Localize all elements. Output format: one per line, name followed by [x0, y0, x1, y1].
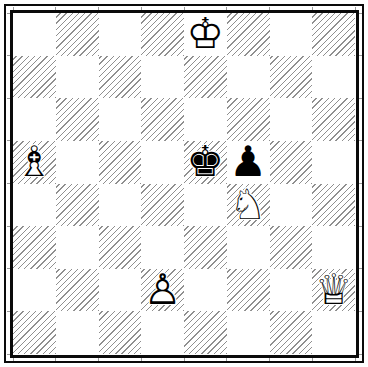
- frame-tick: [269, 357, 270, 361]
- white-pawn: ♟♙: [141, 269, 184, 312]
- square-c5[interactable]: [99, 141, 142, 184]
- frame-tick: [358, 268, 362, 269]
- square-h2[interactable]: ♛♕: [312, 269, 355, 312]
- frame-tick: [55, 357, 56, 361]
- square-b1[interactable]: [56, 311, 99, 354]
- square-h6[interactable]: [312, 98, 355, 141]
- square-e6[interactable]: [184, 98, 227, 141]
- square-f1[interactable]: [227, 311, 270, 354]
- piece-glyph: ♕: [315, 269, 353, 311]
- square-a1[interactable]: [13, 311, 56, 354]
- square-d7[interactable]: [141, 56, 184, 99]
- frame-tick: [355, 357, 356, 361]
- square-h3[interactable]: [312, 226, 355, 269]
- frame-tick: [358, 13, 362, 14]
- frame-tick: [312, 357, 313, 361]
- white-queen: ♛♕: [312, 269, 355, 312]
- square-h4[interactable]: [312, 184, 355, 227]
- frame-tick: [358, 183, 362, 184]
- piece-glyph: ♔: [187, 13, 225, 55]
- square-c6[interactable]: [99, 98, 142, 141]
- square-a5[interactable]: ♝♗: [13, 141, 56, 184]
- frame-tick: [184, 357, 185, 361]
- frame-tick: [98, 357, 99, 361]
- square-e1[interactable]: [184, 311, 227, 354]
- piece-glyph: ♗: [16, 141, 54, 183]
- square-e2[interactable]: [184, 269, 227, 312]
- frame-tick: [358, 140, 362, 141]
- square-f8[interactable]: [227, 13, 270, 56]
- chess-diagram: ♚♔♝♗♚♟♞♘♟♙♛♕: [0, 0, 368, 367]
- square-g1[interactable]: [270, 311, 313, 354]
- square-d8[interactable]: [141, 13, 184, 56]
- square-e3[interactable]: [184, 226, 227, 269]
- square-e4[interactable]: [184, 184, 227, 227]
- square-b3[interactable]: [56, 226, 99, 269]
- square-g8[interactable]: [270, 13, 313, 56]
- square-f4[interactable]: ♞♘: [227, 184, 270, 227]
- square-h5[interactable]: [312, 141, 355, 184]
- chess-board: ♚♔♝♗♚♟♞♘♟♙♛♕: [13, 13, 355, 354]
- square-g7[interactable]: [270, 56, 313, 99]
- frame-tick: [358, 55, 362, 56]
- square-c4[interactable]: [99, 184, 142, 227]
- square-a2[interactable]: [13, 269, 56, 312]
- square-e8[interactable]: ♚♔: [184, 13, 227, 56]
- square-c7[interactable]: [99, 56, 142, 99]
- square-d3[interactable]: [141, 226, 184, 269]
- square-d5[interactable]: [141, 141, 184, 184]
- square-d2[interactable]: ♟♙: [141, 269, 184, 312]
- square-c2[interactable]: [99, 269, 142, 312]
- square-h8[interactable]: [312, 13, 355, 56]
- square-b8[interactable]: [56, 13, 99, 56]
- square-d1[interactable]: [141, 311, 184, 354]
- square-a4[interactable]: [13, 184, 56, 227]
- frame-tick: [226, 357, 227, 361]
- square-a8[interactable]: [13, 13, 56, 56]
- square-a3[interactable]: [13, 226, 56, 269]
- frame-tick: [141, 357, 142, 361]
- square-b2[interactable]: [56, 269, 99, 312]
- square-g3[interactable]: [270, 226, 313, 269]
- piece-glyph: ♚: [187, 141, 225, 183]
- frame-tick: [358, 354, 362, 355]
- square-a6[interactable]: [13, 98, 56, 141]
- square-e7[interactable]: [184, 56, 227, 99]
- frame-tick: [358, 98, 362, 99]
- square-c8[interactable]: [99, 13, 142, 56]
- square-c1[interactable]: [99, 311, 142, 354]
- square-f5[interactable]: ♟: [227, 141, 270, 184]
- frame-tick: [358, 226, 362, 227]
- frame-tick: [13, 357, 14, 361]
- square-g4[interactable]: [270, 184, 313, 227]
- piece-glyph: ♟: [229, 141, 267, 183]
- square-h7[interactable]: [312, 56, 355, 99]
- square-g6[interactable]: [270, 98, 313, 141]
- square-d4[interactable]: [141, 184, 184, 227]
- black-pawn: ♟: [227, 141, 270, 184]
- square-b7[interactable]: [56, 56, 99, 99]
- white-knight: ♞♘: [227, 184, 270, 227]
- square-b6[interactable]: [56, 98, 99, 141]
- square-e5[interactable]: ♚: [184, 141, 227, 184]
- white-king: ♚♔: [184, 13, 227, 56]
- square-f3[interactable]: [227, 226, 270, 269]
- square-d6[interactable]: [141, 98, 184, 141]
- piece-glyph: ♘: [229, 184, 267, 226]
- square-g2[interactable]: [270, 269, 313, 312]
- square-b5[interactable]: [56, 141, 99, 184]
- square-g5[interactable]: [270, 141, 313, 184]
- black-king: ♚: [184, 141, 227, 184]
- square-b4[interactable]: [56, 184, 99, 227]
- square-c3[interactable]: [99, 226, 142, 269]
- frame-tick: [358, 311, 362, 312]
- square-h1[interactable]: [312, 311, 355, 354]
- square-f6[interactable]: [227, 98, 270, 141]
- white-bishop: ♝♗: [13, 141, 56, 184]
- square-f7[interactable]: [227, 56, 270, 99]
- square-f2[interactable]: [227, 269, 270, 312]
- square-a7[interactable]: [13, 56, 56, 99]
- piece-glyph: ♙: [144, 269, 182, 311]
